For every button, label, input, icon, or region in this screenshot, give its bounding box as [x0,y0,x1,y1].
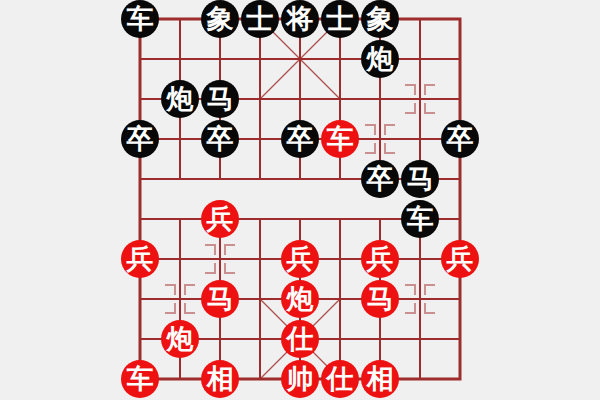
piece-red-rook[interactable]: 车 [321,120,359,158]
piece-glyph: 象 [207,5,234,32]
piece-black-general[interactable]: 将 [281,0,319,38]
piece-glyph: 仕 [287,325,314,352]
piece-red-pawn[interactable]: 兵 [201,200,239,238]
piece-glyph: 士 [327,5,354,32]
piece-black-advisor[interactable]: 士 [241,0,279,38]
piece-glyph: 车 [127,365,154,392]
piece-red-pawn[interactable]: 兵 [361,240,399,278]
piece-glyph: 仕 [327,365,354,392]
piece-black-pawn[interactable]: 卒 [281,120,319,158]
piece-layer: 车象士将士象炮炮马卒卒卒车卒卒马兵车兵兵兵兵马炮马炮仕车相帅仕相 [120,0,480,399]
piece-glyph: 车 [327,125,354,152]
piece-black-horse[interactable]: 马 [201,80,239,118]
piece-red-advisor[interactable]: 仕 [281,320,319,358]
piece-black-pawn[interactable]: 卒 [121,120,159,158]
piece-glyph: 马 [407,165,434,192]
piece-glyph: 兵 [367,245,394,272]
piece-glyph: 炮 [367,45,394,72]
piece-black-cannon[interactable]: 炮 [161,80,199,118]
piece-glyph: 马 [367,285,394,312]
star-point-marker [205,244,235,274]
piece-glyph: 相 [207,365,234,392]
piece-black-pawn[interactable]: 卒 [441,120,479,158]
piece-glyph: 卒 [127,125,154,152]
piece-glyph: 兵 [287,245,314,272]
piece-red-elephant[interactable]: 相 [201,360,239,398]
star-point-marker [405,84,435,114]
piece-red-rook[interactable]: 车 [121,360,159,398]
piece-black-rook[interactable]: 车 [401,200,439,238]
piece-glyph: 卒 [367,165,394,192]
piece-red-cannon[interactable]: 炮 [281,280,319,318]
piece-glyph: 马 [207,85,234,112]
piece-red-pawn[interactable]: 兵 [121,240,159,278]
piece-glyph: 车 [127,5,154,32]
piece-black-pawn[interactable]: 卒 [361,160,399,198]
piece-black-rook[interactable]: 车 [121,0,159,38]
piece-glyph: 将 [287,5,314,32]
piece-black-elephant[interactable]: 象 [361,0,399,38]
piece-glyph: 卒 [287,125,314,152]
piece-red-cannon[interactable]: 炮 [161,320,199,358]
piece-glyph: 车 [407,205,434,232]
piece-glyph: 卒 [207,125,234,152]
piece-glyph: 帅 [287,365,314,392]
piece-glyph: 兵 [207,205,234,232]
piece-glyph: 相 [367,365,394,392]
piece-red-elephant[interactable]: 相 [361,360,399,398]
piece-red-horse[interactable]: 马 [361,280,399,318]
piece-red-king[interactable]: 帅 [281,360,319,398]
piece-glyph: 士 [247,5,274,32]
piece-red-advisor[interactable]: 仕 [321,360,359,398]
piece-black-pawn[interactable]: 卒 [201,120,239,158]
piece-glyph: 卒 [447,125,474,152]
piece-glyph: 象 [367,5,394,32]
piece-red-horse[interactable]: 马 [201,280,239,318]
piece-red-pawn[interactable]: 兵 [281,240,319,278]
xiangqi-board: 车象士将士象炮炮马卒卒卒车卒卒马兵车兵兵兵兵马炮马炮仕车相帅仕相 [0,0,600,400]
piece-glyph: 炮 [167,325,194,352]
piece-glyph: 炮 [287,285,314,312]
piece-glyph: 炮 [167,85,194,112]
piece-glyph: 兵 [127,245,154,272]
piece-black-cannon[interactable]: 炮 [361,40,399,78]
piece-red-pawn[interactable]: 兵 [441,240,479,278]
piece-glyph: 兵 [447,245,474,272]
star-point-marker [405,284,435,314]
piece-black-elephant[interactable]: 象 [201,0,239,38]
piece-black-advisor[interactable]: 士 [321,0,359,38]
star-point-marker [365,124,395,154]
star-point-marker [165,284,195,314]
piece-black-horse[interactable]: 马 [401,160,439,198]
piece-glyph: 马 [207,285,234,312]
